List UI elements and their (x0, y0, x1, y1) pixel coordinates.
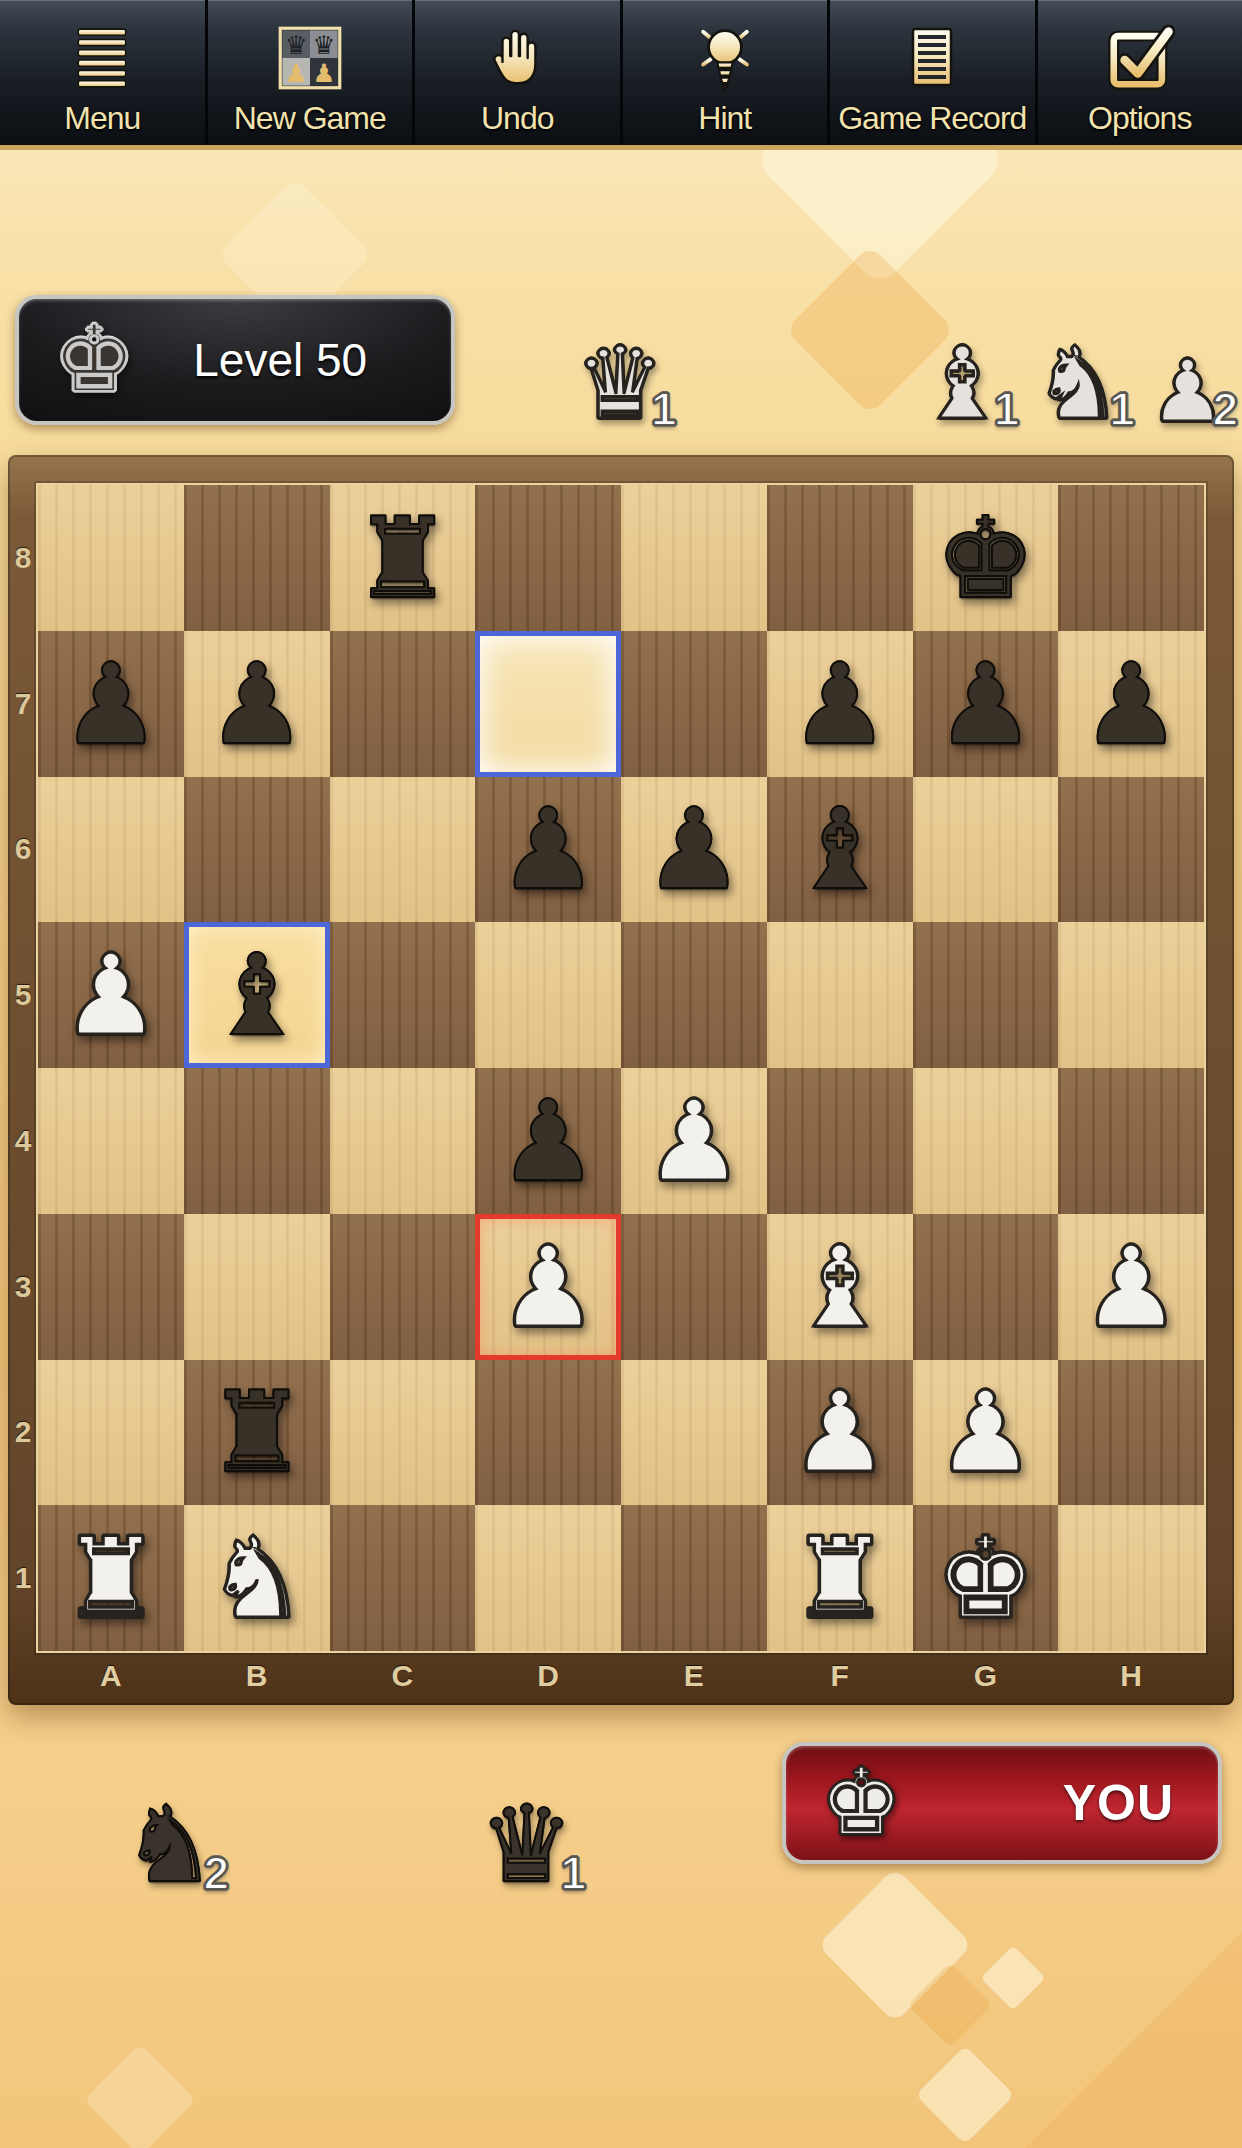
square-h8[interactable] (1058, 485, 1204, 631)
options-checkbox-icon (1105, 16, 1175, 100)
piece-wp-f2: ♟ (789, 1376, 889, 1488)
square-f1[interactable]: ♜ (767, 1505, 913, 1651)
square-b8[interactable] (184, 485, 330, 631)
square-b1[interactable]: ♞ (184, 1505, 330, 1651)
black-king-icon: ♚ (53, 314, 135, 406)
square-g4[interactable] (913, 1068, 1059, 1214)
game-record-icon (900, 16, 964, 100)
file-labels: ABCDEFGH (38, 1653, 1204, 1703)
square-b6[interactable] (184, 777, 330, 923)
piece-wb-f3: ♝ (789, 1231, 889, 1343)
square-c5[interactable] (330, 922, 476, 1068)
piece-wr-a1: ♜ (61, 1522, 161, 1634)
square-f6[interactable]: ♝ (767, 777, 913, 923)
piece-bp-h7: ♟ (1081, 648, 1181, 760)
new-game-icon: ♛ ♛ ♟ ♟ (276, 16, 344, 100)
file-label-f: F (830, 1659, 848, 1693)
square-g6[interactable] (913, 777, 1059, 923)
square-c7[interactable] (330, 631, 476, 777)
rank-labels: 87654321 (8, 485, 38, 1651)
square-a6[interactable] (38, 777, 184, 923)
captured-wb: ♝1 (918, 334, 1008, 434)
piece-br-b2: ♜ (206, 1376, 306, 1488)
square-e4[interactable]: ♟ (621, 1068, 767, 1214)
captured-count: 1 (994, 382, 1020, 436)
piece-bk-g8: ♚ (935, 502, 1035, 614)
toolbar-label-new-game: New Game (234, 100, 386, 137)
captured-count: 1 (651, 382, 677, 436)
square-h5[interactable] (1058, 922, 1204, 1068)
chess-board: ♜♚♟♟♟♟♟♟♟♝♟♝♟♟♟♝♟♜♟♟♜♞♜♚ 87654321 ABCDEF… (8, 455, 1234, 1705)
svg-text:♛: ♛ (312, 30, 335, 60)
piece-wp-h3: ♟ (1081, 1231, 1181, 1343)
captured-bn: ♞2 (122, 1792, 217, 1898)
square-c1[interactable] (330, 1505, 476, 1651)
piece-wp-g2: ♟ (935, 1376, 1035, 1488)
square-f3[interactable]: ♝ (767, 1214, 913, 1360)
toolbar-button-hint[interactable]: Hint (623, 0, 828, 145)
square-a4[interactable] (38, 1068, 184, 1214)
file-label-a: A (100, 1659, 122, 1693)
piece-bp-b7: ♟ (206, 648, 306, 760)
piece-bp-d4: ♟ (498, 1085, 598, 1197)
square-c4[interactable] (330, 1068, 476, 1214)
square-e5[interactable] (621, 922, 767, 1068)
toolbar-label-undo: Undo (481, 100, 554, 137)
piece-wk-g1: ♚ (935, 1522, 1035, 1634)
background-diamond (83, 2043, 196, 2148)
file-label-c: C (392, 1659, 414, 1693)
square-g5[interactable] (913, 922, 1059, 1068)
square-b2[interactable]: ♜ (184, 1360, 330, 1506)
piece-br-c8: ♜ (352, 502, 452, 614)
file-label-g: G (974, 1659, 997, 1693)
square-d2[interactable] (475, 1360, 621, 1506)
square-a7[interactable]: ♟ (38, 631, 184, 777)
captured-wn: ♞1 (1033, 334, 1123, 434)
square-e8[interactable] (621, 485, 767, 631)
file-label-d: D (537, 1659, 559, 1693)
piece-wp-e4: ♟ (644, 1085, 744, 1197)
captured-count: 2 (203, 1846, 229, 1900)
captured-bq: ♛1 (479, 1792, 574, 1898)
square-b4[interactable] (184, 1068, 330, 1214)
toolbar-button-menu[interactable]: Menu (0, 0, 205, 145)
square-f5[interactable] (767, 922, 913, 1068)
piece-bp-f7: ♟ (789, 648, 889, 760)
square-d5[interactable] (475, 922, 621, 1068)
background-diamond (980, 1945, 1045, 2010)
square-h7[interactable]: ♟ (1058, 631, 1204, 777)
rank-label-5: 5 (8, 978, 38, 1012)
toolbar-button-game-record[interactable]: Game Record (830, 0, 1035, 145)
toolbar-label-hint: Hint (698, 100, 751, 137)
captured-count: 1 (1109, 382, 1135, 436)
piece-bp-d6: ♟ (498, 793, 598, 905)
captured-wp: ♟2 (1149, 348, 1226, 434)
square-a5[interactable]: ♟ (38, 922, 184, 1068)
piece-bp-e6: ♟ (644, 793, 744, 905)
piece-bb-f6: ♝ (789, 793, 889, 905)
svg-text:♟: ♟ (285, 58, 308, 88)
svg-text:♛: ♛ (285, 30, 308, 60)
you-badge: ♚ YOU (782, 1742, 1222, 1864)
piece-wp-a5: ♟ (61, 939, 161, 1051)
captured-black-pieces: ♞2♛1 (122, 1748, 574, 1898)
square-f4[interactable] (767, 1068, 913, 1214)
piece-bp-a7: ♟ (61, 648, 161, 760)
square-b7[interactable]: ♟ (184, 631, 330, 777)
background-diamond (817, 1867, 973, 2023)
toolbar-label-options: Options (1088, 100, 1191, 137)
square-a8[interactable] (38, 485, 184, 631)
square-g8[interactable]: ♚ (913, 485, 1059, 631)
square-h6[interactable] (1058, 777, 1204, 923)
square-e6[interactable]: ♟ (621, 777, 767, 923)
square-f2[interactable]: ♟ (767, 1360, 913, 1506)
background-diamond (908, 1963, 993, 2048)
piece-wn-b1: ♞ (206, 1522, 306, 1634)
svg-text:♟: ♟ (312, 58, 335, 88)
square-h2[interactable] (1058, 1360, 1204, 1506)
rank-label-1: 1 (8, 1561, 38, 1595)
rank-label-3: 3 (8, 1270, 38, 1304)
square-h3[interactable]: ♟ (1058, 1214, 1204, 1360)
square-b5[interactable]: ♝ (184, 922, 330, 1068)
square-h4[interactable] (1058, 1068, 1204, 1214)
captured-count: 1 (560, 1846, 586, 1900)
square-a2[interactable] (38, 1360, 184, 1506)
background-diamond (973, 1903, 1242, 2148)
square-e3[interactable] (621, 1214, 767, 1360)
toolbar-label-game-record: Game Record (838, 100, 1026, 137)
square-e2[interactable] (621, 1360, 767, 1506)
rank-label-6: 6 (8, 832, 38, 866)
toolbar-button-undo[interactable]: Undo (415, 0, 620, 145)
toolbar: Menu ♛ ♛ ♟ ♟ New Game Undo (0, 0, 1242, 150)
square-g7[interactable]: ♟ (913, 631, 1059, 777)
menu-icon (69, 16, 135, 100)
file-label-e: E (684, 1659, 704, 1693)
toolbar-label-menu: Menu (64, 100, 140, 137)
captured-wq: ♛1 (575, 334, 665, 434)
square-d7[interactable] (475, 631, 621, 777)
you-label: YOU (902, 1774, 1218, 1832)
square-d3[interactable]: ♟ (475, 1214, 621, 1360)
square-b3[interactable] (184, 1214, 330, 1360)
piece-bb-b5: ♝ (206, 939, 306, 1051)
square-c2[interactable] (330, 1360, 476, 1506)
square-f7[interactable]: ♟ (767, 631, 913, 777)
square-d8[interactable] (475, 485, 621, 631)
square-e1[interactable] (621, 1505, 767, 1651)
toolbar-button-options[interactable]: Options (1038, 0, 1242, 145)
rank-label-2: 2 (8, 1415, 38, 1449)
opponent-level-label: Level 50 (135, 333, 451, 387)
square-c8[interactable]: ♜ (330, 485, 476, 631)
square-g3[interactable] (913, 1214, 1059, 1360)
undo-hand-icon (486, 16, 548, 100)
board-squares: ♜♚♟♟♟♟♟♟♟♝♟♝♟♟♟♝♟♜♟♟♜♞♜♚ (38, 485, 1204, 1651)
hint-bulb-icon (690, 16, 760, 100)
square-f8[interactable] (767, 485, 913, 631)
rank-label-8: 8 (8, 541, 38, 575)
file-label-b: B (246, 1659, 268, 1693)
square-e7[interactable] (621, 631, 767, 777)
opponent-badge: ♚ Level 50 (15, 295, 455, 425)
piece-bp-g7: ♟ (935, 648, 1035, 760)
square-d4[interactable]: ♟ (475, 1068, 621, 1214)
file-label-h: H (1120, 1659, 1142, 1693)
square-d1[interactable] (475, 1505, 621, 1651)
white-king-icon: ♚ (820, 1757, 902, 1849)
toolbar-button-new-game[interactable]: ♛ ♛ ♟ ♟ New Game (208, 0, 413, 145)
square-d6[interactable]: ♟ (475, 777, 621, 923)
rank-label-7: 7 (8, 687, 38, 721)
square-c3[interactable] (330, 1214, 476, 1360)
piece-wr-f1: ♜ (789, 1522, 889, 1634)
rank-label-4: 4 (8, 1124, 38, 1158)
piece-wp-d3: ♟ (498, 1231, 598, 1343)
captured-white-pieces: ♛1♝1♞1♟2 (575, 298, 1226, 434)
captured-count: 2 (1212, 382, 1238, 436)
square-h1[interactable] (1058, 1505, 1204, 1651)
square-c6[interactable] (330, 777, 476, 923)
square-g1[interactable]: ♚ (913, 1505, 1059, 1651)
square-a3[interactable] (38, 1214, 184, 1360)
square-g2[interactable]: ♟ (913, 1360, 1059, 1506)
square-a1[interactable]: ♜ (38, 1505, 184, 1651)
background-diamond (916, 2046, 1015, 2145)
